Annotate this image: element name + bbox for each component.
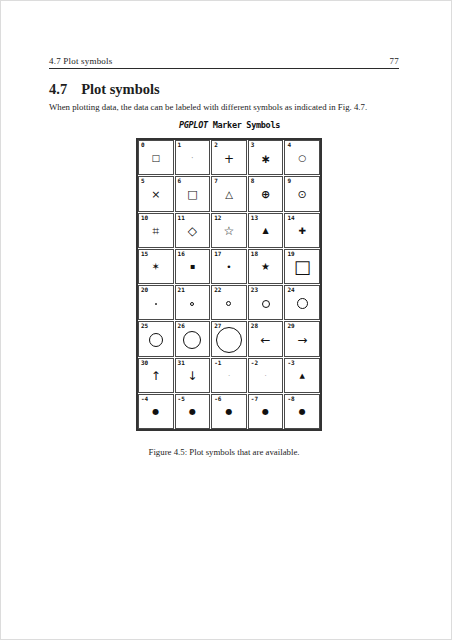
figure-title-rest: Marker Symbols xyxy=(208,120,280,130)
filled-star-icon: ★ xyxy=(261,262,270,272)
marker-cell: 19□ xyxy=(284,249,320,284)
marker-cell: 26 xyxy=(175,321,211,356)
filled-square-small-icon: ▪ xyxy=(190,263,195,271)
running-header-title: 4.7 Plot symbols xyxy=(49,56,112,66)
marker-number-label: 27 xyxy=(214,322,221,329)
marker-cell: -3▲ xyxy=(284,358,320,393)
marker-number-label: 26 xyxy=(178,322,185,329)
figure-title-pgplot: PGPLOT xyxy=(179,120,208,130)
marker-number-label: 5 xyxy=(141,177,145,184)
marker-cell: 1· xyxy=(175,140,211,175)
marker-number-label: 24 xyxy=(287,286,294,293)
marker-cell: -4● xyxy=(138,394,174,429)
dot-tiny-icon: · xyxy=(228,373,230,380)
open-plus-icon: ✚ xyxy=(298,227,306,236)
circle-size-3-icon xyxy=(226,301,231,306)
marker-cell: 20 xyxy=(138,285,174,320)
circle-size-1-icon xyxy=(155,303,157,305)
marker-symbol-figure: 0□1·2+3∗4○5×6□7△8⊕9⊙10⌗11◇12☆13▲14✚15✶16… xyxy=(136,138,322,431)
marker-cell: 17• xyxy=(211,249,247,284)
figure-title: PGPLOT Marker Symbols xyxy=(137,120,322,130)
open-star-icon: ☆ xyxy=(224,225,235,237)
marker-number-label: 28 xyxy=(251,322,258,329)
filled-circle-small-icon: • xyxy=(226,263,231,272)
plus-icon: + xyxy=(224,153,234,165)
marker-number-label: -5 xyxy=(178,395,185,402)
marker-cell: 16▪ xyxy=(175,249,211,284)
marker-cell: 31↓ xyxy=(175,358,211,393)
marker-cell: 10⌗ xyxy=(138,213,174,248)
marker-cell: 29→ xyxy=(284,321,320,356)
section-number: 4.7 xyxy=(49,81,67,97)
marker-number-label: 7 xyxy=(214,177,218,184)
marker-number-label: -7 xyxy=(251,395,258,402)
marker-cell: 7△ xyxy=(211,176,247,211)
marker-number-label: 21 xyxy=(178,286,185,293)
marker-cell: 3∗ xyxy=(248,140,284,175)
marker-cell: 25 xyxy=(138,321,174,356)
marker-cell: 9⊙ xyxy=(284,176,320,211)
body-text: When plotting data, the data can be labe… xyxy=(49,102,405,112)
circle-size-7-icon xyxy=(183,331,201,349)
marker-number-label: 22 xyxy=(214,286,221,293)
marker-number-label: -2 xyxy=(251,359,258,366)
marker-cell: 24 xyxy=(284,285,320,320)
marker-number-label: 15 xyxy=(141,250,148,257)
circle-size-5-icon xyxy=(297,298,308,309)
marker-cell: 4○ xyxy=(284,140,320,175)
down-arrow-icon: ↓ xyxy=(187,370,197,382)
manual-page: 4.7 Plot symbols 77 4.7Plot symbols When… xyxy=(0,0,452,640)
circle-size-4-icon xyxy=(262,300,270,308)
marker-cell: -5● xyxy=(175,394,211,429)
asterisk-icon: ∗ xyxy=(261,153,271,165)
circle-plus-icon: ⊕ xyxy=(261,189,270,200)
open-square-small-icon: □ xyxy=(152,154,161,163)
marker-cell: 22 xyxy=(211,285,247,320)
marker-number-label: 10 xyxy=(141,214,148,221)
marker-number-label: 12 xyxy=(214,214,221,221)
open-circle-small-icon: ○ xyxy=(298,154,306,163)
filled-polygon-5-sides-icon: ● xyxy=(189,408,196,416)
marker-cell: 2+ xyxy=(211,140,247,175)
marker-number-label: 4 xyxy=(287,141,291,148)
filled-polygon-8-sides-icon: ● xyxy=(299,408,306,416)
marker-cell: 8⊕ xyxy=(248,176,284,211)
open-triangle-icon: △ xyxy=(225,190,233,200)
section-heading: 4.7Plot symbols xyxy=(49,81,160,98)
marker-number-label: -4 xyxy=(141,395,148,402)
marker-number-label: 13 xyxy=(251,214,258,221)
marker-number-label: 18 xyxy=(251,250,258,257)
dot-tiny-icon: · xyxy=(264,373,266,380)
circle-dot-icon: ⊙ xyxy=(298,189,307,200)
marker-number-label: -3 xyxy=(287,359,294,366)
marker-cell: 21 xyxy=(175,285,211,320)
marker-number-label: 16 xyxy=(178,250,185,257)
marker-cell: 5× xyxy=(138,176,174,211)
marker-grid: 0□1·2+3∗4○5×6□7△8⊕9⊙10⌗11◇12☆13▲14✚15✶16… xyxy=(138,140,320,429)
circle-size-2-icon xyxy=(190,302,194,306)
marker-number-label: 6 xyxy=(178,177,182,184)
marker-number-label: 29 xyxy=(287,322,294,329)
right-arrow-icon: → xyxy=(297,334,307,346)
marker-number-label: 14 xyxy=(287,214,294,221)
marker-number-label: 23 xyxy=(251,286,258,293)
marker-cell: 30↑ xyxy=(138,358,174,393)
marker-number-label: 25 xyxy=(141,322,148,329)
star-of-david-icon: ✶ xyxy=(152,262,160,272)
filled-polygon-6-sides-icon: ● xyxy=(226,408,233,416)
cross-icon: × xyxy=(151,189,160,200)
marker-cell: 28← xyxy=(248,321,284,356)
filled-polygon-4-sides-icon: ● xyxy=(152,408,159,416)
marker-cell: 14✚ xyxy=(284,213,320,248)
open-square-large-icon: □ xyxy=(294,258,311,276)
marker-cell: 6□ xyxy=(175,176,211,211)
marker-number-label: -8 xyxy=(287,395,294,402)
running-header: 4.7 Plot symbols 77 xyxy=(49,56,399,66)
dot-faint-icon: · xyxy=(191,155,194,163)
page-number: 77 xyxy=(390,56,399,66)
marker-number-label: 20 xyxy=(141,286,148,293)
circle-size-6-icon xyxy=(149,333,163,347)
open-square-icon: □ xyxy=(187,189,197,200)
marker-cell: 11◇ xyxy=(175,213,211,248)
marker-cell: 13▲ xyxy=(248,213,284,248)
marker-cell: 0□ xyxy=(138,140,174,175)
marker-number-label: 11 xyxy=(178,214,185,221)
marker-cell: -2· xyxy=(248,358,284,393)
marker-number-label: -6 xyxy=(214,395,221,402)
figure-caption: Figure 4.5: Plot symbols that are availa… xyxy=(49,447,399,457)
header-rule xyxy=(49,68,399,69)
arched-square-icon: ⌗ xyxy=(152,225,159,237)
circle-size-8-icon xyxy=(216,327,242,353)
marker-cell: -8● xyxy=(284,394,320,429)
marker-cell: 15✶ xyxy=(138,249,174,284)
marker-cell: 27 xyxy=(211,321,247,356)
section-title: Plot symbols xyxy=(81,81,160,97)
marker-number-label: -1 xyxy=(214,359,221,366)
marker-number-label: 31 xyxy=(178,359,185,366)
open-diamond-icon: ◇ xyxy=(188,225,197,237)
marker-cell: 12☆ xyxy=(211,213,247,248)
marker-number-label: 9 xyxy=(287,177,291,184)
filled-triangle-tiny-icon: ▲ xyxy=(299,373,304,380)
marker-number-label: 0 xyxy=(141,141,145,148)
filled-polygon-7-sides-icon: ● xyxy=(262,408,269,416)
marker-cell: 23 xyxy=(248,285,284,320)
marker-number-label: 3 xyxy=(251,141,255,148)
filled-triangle-small-icon: ▲ xyxy=(263,227,269,235)
left-arrow-icon: ← xyxy=(261,334,271,346)
marker-cell: -1· xyxy=(211,358,247,393)
marker-number-label: 30 xyxy=(141,359,148,366)
marker-cell: -7● xyxy=(248,394,284,429)
up-arrow-icon: ↑ xyxy=(151,370,161,382)
marker-number-label: 8 xyxy=(251,177,255,184)
marker-cell: 18★ xyxy=(248,249,284,284)
marker-number-label: 1 xyxy=(178,141,182,148)
marker-number-label: 2 xyxy=(214,141,218,148)
marker-cell: -6● xyxy=(211,394,247,429)
marker-number-label: 17 xyxy=(214,250,221,257)
